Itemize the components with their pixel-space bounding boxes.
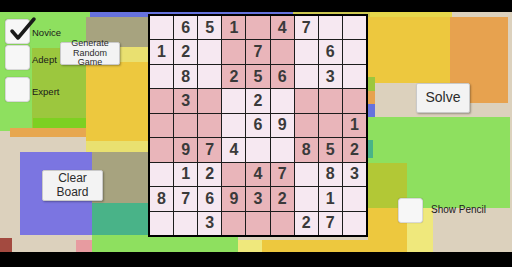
cell-r7c7[interactable] [295,163,318,186]
cell-r6c8[interactable]: 5 [319,138,342,161]
top-letterbox [0,0,512,12]
cell-r8c9[interactable] [343,187,366,210]
cell-r3c3[interactable] [198,65,221,88]
cell-r9c4[interactable] [222,212,245,235]
bottom-letterbox [0,252,512,267]
cell-r1c8[interactable] [319,16,342,39]
cell-r1c7[interactable]: 7 [295,16,318,39]
cell-r3c4[interactable]: 2 [222,65,245,88]
cell-r7c2[interactable]: 1 [174,163,197,186]
bg-tile [0,238,12,253]
cell-r5c1[interactable] [150,114,173,137]
cell-r6c4[interactable]: 4 [222,138,245,161]
clear-button-line1: Clear [58,172,87,185]
novice-checkbox[interactable] [5,19,30,44]
cell-r2c5[interactable]: 7 [246,40,269,63]
cell-r6c7[interactable]: 8 [295,138,318,161]
cell-r6c9[interactable]: 2 [343,138,366,161]
cell-r2c3[interactable] [198,40,221,63]
cell-r4c9[interactable] [343,89,366,112]
generate-random-game-button[interactable]: Generate Random Game [60,42,120,65]
cell-r5c8[interactable] [319,114,342,137]
cell-r5c4[interactable] [222,114,245,137]
cell-r8c1[interactable]: 8 [150,187,173,210]
bg-tile [92,203,148,235]
bg-tile [368,17,452,83]
show-pencil-label: Show Pencil [431,204,486,215]
bg-tile [368,91,375,104]
generate-button-line2: Random Game [61,49,119,69]
cell-r2c8[interactable]: 6 [319,40,342,63]
cell-r3c8[interactable]: 3 [319,65,342,88]
bg-tile [368,104,375,117]
cell-r5c7[interactable] [295,114,318,137]
cell-r9c8[interactable]: 7 [319,212,342,235]
bg-tile [86,141,148,152]
cell-r2c7[interactable] [295,40,318,63]
cell-r9c3[interactable]: 3 [198,212,221,235]
cell-r9c2[interactable] [174,212,197,235]
cell-r1c2[interactable]: 6 [174,16,197,39]
cell-r4c3[interactable] [198,89,221,112]
cell-r4c2[interactable]: 3 [174,89,197,112]
cell-r2c6[interactable] [271,40,294,63]
cell-r2c2[interactable]: 2 [174,40,197,63]
solve-button-label: Solve [425,90,460,105]
cell-r4c8[interactable] [319,89,342,112]
bg-tile [368,77,375,91]
cell-r9c1[interactable] [150,212,173,235]
cell-r4c1[interactable] [150,89,173,112]
cell-r8c7[interactable] [295,187,318,210]
cell-r3c9[interactable] [343,65,366,88]
cell-r3c2[interactable]: 8 [174,65,197,88]
bg-tile [92,235,238,253]
expert-checkbox[interactable] [5,77,30,102]
cell-r9c6[interactable] [271,212,294,235]
cell-r5c6[interactable]: 9 [271,114,294,137]
cell-r3c1[interactable] [150,65,173,88]
clear-button-line2: Board [56,186,88,199]
cell-r6c2[interactable]: 9 [174,138,197,161]
cell-r9c5[interactable] [246,212,269,235]
cell-r7c8[interactable]: 8 [319,163,342,186]
bg-tile [86,62,148,141]
cell-r4c5[interactable]: 2 [246,89,269,112]
cell-r6c3[interactable]: 7 [198,138,221,161]
sudoku-grid: 6514712768256332691974852124783876932132… [148,14,368,237]
cell-r4c7[interactable] [295,89,318,112]
cell-r6c1[interactable] [150,138,173,161]
cell-r6c5[interactable] [246,138,269,161]
cell-r7c5[interactable]: 4 [246,163,269,186]
adept-label: Adept [32,54,57,65]
cell-r7c6[interactable]: 7 [271,163,294,186]
cell-r8c3[interactable]: 6 [198,187,221,210]
cell-r2c9[interactable] [343,40,366,63]
cell-r8c6[interactable]: 2 [271,187,294,210]
cell-r4c6[interactable] [271,89,294,112]
cell-r4c4[interactable] [222,89,245,112]
cell-r1c6[interactable]: 4 [271,16,294,39]
cell-r1c9[interactable] [343,16,366,39]
cell-r1c5[interactable] [246,16,269,39]
cell-r1c3[interactable]: 5 [198,16,221,39]
cell-r7c1[interactable] [150,163,173,186]
cell-r7c4[interactable] [222,163,245,186]
bg-tile [368,140,373,158]
cell-r5c2[interactable] [174,114,197,137]
expert-label: Expert [32,86,59,97]
cell-r9c9[interactable] [343,212,366,235]
sudoku-app: 6514712768256332691974852124783876932132… [0,0,512,267]
cell-r9c7[interactable]: 2 [295,212,318,235]
cell-r5c5[interactable]: 6 [246,114,269,137]
cell-r1c1[interactable] [150,16,173,39]
cell-r2c4[interactable] [222,40,245,63]
cell-r3c7[interactable] [295,65,318,88]
cell-r5c3[interactable] [198,114,221,137]
clear-board-button[interactable]: Clear Board [42,170,103,201]
cell-r8c5[interactable]: 3 [246,187,269,210]
cell-r5c9[interactable]: 1 [343,114,366,137]
cell-r2c1[interactable]: 1 [150,40,173,63]
bg-tile [10,128,86,137]
adept-checkbox[interactable] [5,45,30,70]
cell-r3c6[interactable]: 6 [271,65,294,88]
cell-r8c8[interactable]: 1 [319,187,342,210]
show-pencil-checkbox[interactable] [398,198,423,223]
cell-r7c9[interactable]: 3 [343,163,366,186]
solve-button[interactable]: Solve [416,83,470,113]
cell-r8c4[interactable]: 9 [222,187,245,210]
cell-r7c3[interactable]: 2 [198,163,221,186]
cell-r3c5[interactable]: 5 [246,65,269,88]
cell-r8c2[interactable]: 7 [174,187,197,210]
cell-r6c6[interactable] [271,138,294,161]
cell-r1c4[interactable]: 1 [222,16,245,39]
novice-label: Novice [32,27,61,38]
